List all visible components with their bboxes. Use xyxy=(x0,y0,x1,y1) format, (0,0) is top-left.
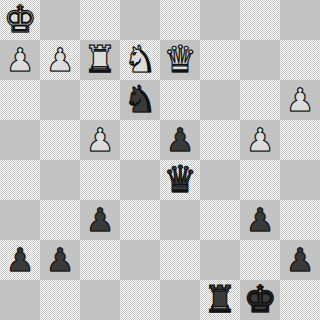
square-d8[interactable] xyxy=(120,0,160,40)
square-a5[interactable] xyxy=(0,120,40,160)
black-pawn-piece[interactable]: ♟ xyxy=(86,200,115,240)
square-g3[interactable]: ♟ xyxy=(240,200,280,240)
square-c1[interactable] xyxy=(80,280,120,320)
square-c4[interactable] xyxy=(80,160,120,200)
square-c3[interactable]: ♟ xyxy=(80,200,120,240)
square-b2[interactable]: ♟ xyxy=(40,240,80,280)
square-e1[interactable] xyxy=(160,280,200,320)
square-f7[interactable] xyxy=(200,40,240,80)
square-a3[interactable] xyxy=(0,200,40,240)
square-f6[interactable] xyxy=(200,80,240,120)
black-rook-piece[interactable]: ♜ xyxy=(203,280,236,320)
square-f3[interactable] xyxy=(200,200,240,240)
square-h6[interactable]: ♟ xyxy=(280,80,320,120)
square-f2[interactable] xyxy=(200,240,240,280)
white-pawn-piece[interactable]: ♟ xyxy=(6,40,35,80)
black-pawn-piece[interactable]: ♟ xyxy=(286,240,315,280)
square-h2[interactable]: ♟ xyxy=(280,240,320,280)
square-g7[interactable] xyxy=(240,40,280,80)
square-a4[interactable] xyxy=(0,160,40,200)
white-pawn-piece[interactable]: ♟ xyxy=(46,40,75,80)
square-b6[interactable] xyxy=(40,80,80,120)
square-c5[interactable]: ♟ xyxy=(80,120,120,160)
square-c2[interactable] xyxy=(80,240,120,280)
square-e4[interactable]: ♛ xyxy=(160,160,200,200)
square-f5[interactable] xyxy=(200,120,240,160)
square-b1[interactable] xyxy=(40,280,80,320)
square-h3[interactable] xyxy=(280,200,320,240)
square-h5[interactable] xyxy=(280,120,320,160)
white-pawn-piece[interactable]: ♟ xyxy=(286,80,315,120)
square-g5[interactable]: ♟ xyxy=(240,120,280,160)
square-d7[interactable]: ♞ xyxy=(120,40,160,80)
square-c7[interactable]: ♜ xyxy=(80,40,120,80)
square-a8[interactable]: ♚ xyxy=(0,0,40,40)
square-g1[interactable]: ♚ xyxy=(240,280,280,320)
square-h1[interactable] xyxy=(280,280,320,320)
square-e3[interactable] xyxy=(160,200,200,240)
square-d3[interactable] xyxy=(120,200,160,240)
white-pawn-piece[interactable]: ♟ xyxy=(246,120,275,160)
square-g2[interactable] xyxy=(240,240,280,280)
black-queen-piece[interactable]: ♛ xyxy=(163,160,196,200)
square-d4[interactable] xyxy=(120,160,160,200)
square-a2[interactable]: ♟ xyxy=(0,240,40,280)
square-f8[interactable] xyxy=(200,0,240,40)
square-e6[interactable] xyxy=(160,80,200,120)
square-d2[interactable] xyxy=(120,240,160,280)
square-f4[interactable] xyxy=(200,160,240,200)
square-f1[interactable]: ♜ xyxy=(200,280,240,320)
black-knight-piece[interactable]: ♞ xyxy=(123,80,156,120)
square-g6[interactable] xyxy=(240,80,280,120)
black-pawn-piece[interactable]: ♟ xyxy=(246,200,275,240)
black-pawn-piece[interactable]: ♟ xyxy=(46,240,75,280)
square-h4[interactable] xyxy=(280,160,320,200)
square-d6[interactable]: ♞ xyxy=(120,80,160,120)
square-d1[interactable] xyxy=(120,280,160,320)
square-a6[interactable] xyxy=(0,80,40,120)
square-a1[interactable] xyxy=(0,280,40,320)
square-h7[interactable] xyxy=(280,40,320,80)
square-c8[interactable] xyxy=(80,0,120,40)
square-b8[interactable] xyxy=(40,0,80,40)
square-e2[interactable] xyxy=(160,240,200,280)
square-b3[interactable] xyxy=(40,200,80,240)
black-pawn-piece[interactable]: ♟ xyxy=(166,120,195,160)
white-queen-piece[interactable]: ♛ xyxy=(163,40,196,80)
square-b5[interactable] xyxy=(40,120,80,160)
square-b7[interactable]: ♟ xyxy=(40,40,80,80)
square-c6[interactable] xyxy=(80,80,120,120)
black-king-piece[interactable]: ♚ xyxy=(243,280,276,320)
chess-board: ♚♟♟♜♞♛♞♟♟♟♟♛♟♟♟♟♟♜♚ xyxy=(0,0,320,320)
square-e7[interactable]: ♛ xyxy=(160,40,200,80)
white-rook-piece[interactable]: ♜ xyxy=(83,40,116,80)
black-pawn-piece[interactable]: ♟ xyxy=(6,240,35,280)
square-e8[interactable] xyxy=(160,0,200,40)
square-e5[interactable]: ♟ xyxy=(160,120,200,160)
white-king-piece[interactable]: ♚ xyxy=(3,0,36,40)
square-h8[interactable] xyxy=(280,0,320,40)
square-d5[interactable] xyxy=(120,120,160,160)
square-g8[interactable] xyxy=(240,0,280,40)
white-pawn-piece[interactable]: ♟ xyxy=(86,120,115,160)
white-knight-piece[interactable]: ♞ xyxy=(123,40,156,80)
square-b4[interactable] xyxy=(40,160,80,200)
square-a7[interactable]: ♟ xyxy=(0,40,40,80)
square-g4[interactable] xyxy=(240,160,280,200)
